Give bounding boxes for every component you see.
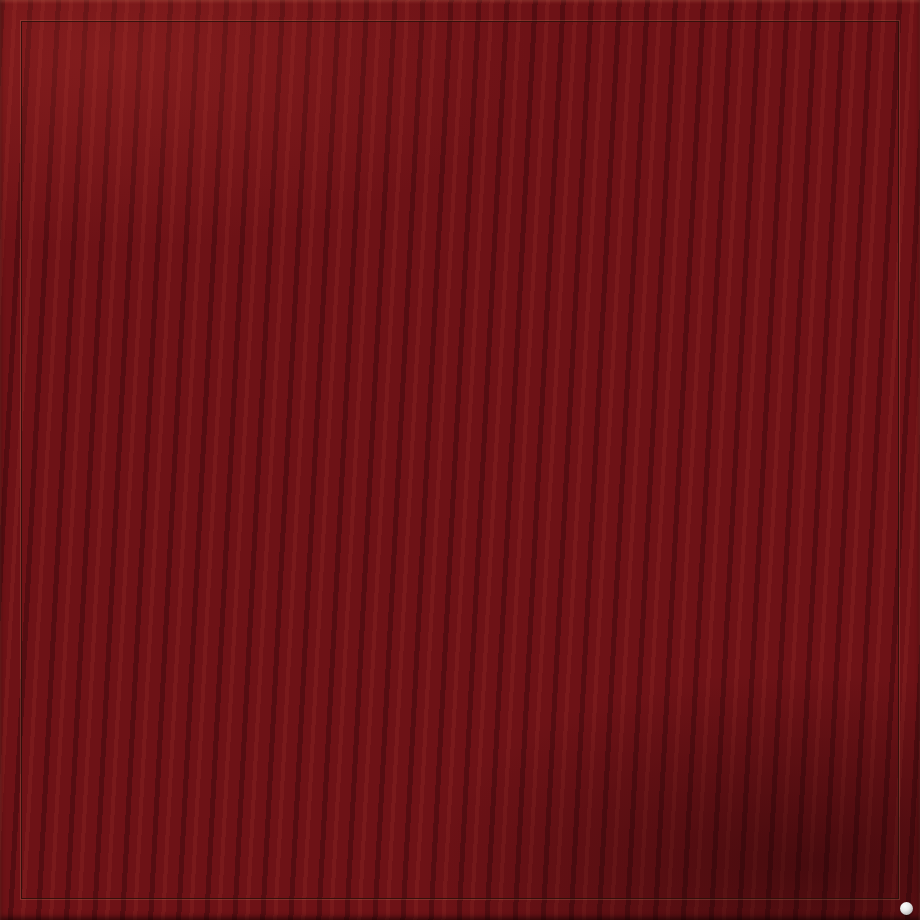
- rank-labels: [0, 22, 22, 898]
- white-to-move-indicator: [900, 902, 913, 915]
- board-frame: [0, 0, 920, 920]
- file-labels: [22, 898, 898, 920]
- chess-board: [22, 22, 898, 898]
